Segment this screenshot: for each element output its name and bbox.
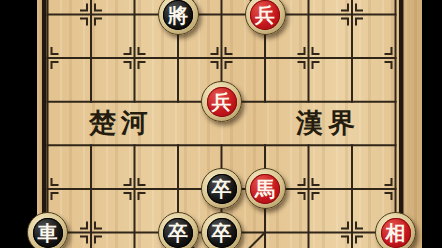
piece-red-soldier[interactable]: 兵 bbox=[201, 81, 242, 122]
piece-disc: 卒 bbox=[207, 174, 237, 204]
board-grid-lines bbox=[0, 0, 442, 248]
piece-disc: 將 bbox=[163, 0, 193, 30]
piece-disc: 卒 bbox=[207, 218, 237, 248]
piece-disc: 車 bbox=[33, 218, 63, 248]
piece-glyph: 卒 bbox=[212, 223, 232, 243]
river-label-han-jie: 漢界 bbox=[296, 109, 360, 136]
piece-disc: 兵 bbox=[207, 87, 237, 117]
piece-glyph: 將 bbox=[168, 5, 188, 25]
piece-red-horse[interactable]: 馬 bbox=[245, 168, 286, 209]
piece-glyph: 相 bbox=[386, 223, 406, 243]
piece-black-chariot[interactable]: 車 bbox=[27, 212, 68, 248]
piece-disc: 馬 bbox=[250, 174, 280, 204]
piece-glyph: 車 bbox=[38, 223, 58, 243]
piece-glyph: 兵 bbox=[255, 5, 275, 25]
piece-disc: 卒 bbox=[163, 218, 193, 248]
piece-glyph: 卒 bbox=[168, 223, 188, 243]
river-label-chu-he: 楚河 bbox=[89, 109, 153, 136]
xiangqi-app-screen: 楚河 漢界 將兵兵卒馬車卒卒相 bbox=[0, 0, 442, 248]
piece-black-soldier[interactable]: 卒 bbox=[201, 212, 242, 248]
piece-disc: 相 bbox=[381, 218, 411, 248]
piece-black-soldier[interactable]: 卒 bbox=[158, 212, 199, 248]
piece-red-elephant[interactable]: 相 bbox=[375, 212, 416, 248]
piece-glyph: 兵 bbox=[212, 92, 232, 112]
piece-glyph: 馬 bbox=[255, 179, 275, 199]
piece-glyph: 卒 bbox=[212, 179, 232, 199]
piece-disc: 兵 bbox=[250, 0, 280, 30]
